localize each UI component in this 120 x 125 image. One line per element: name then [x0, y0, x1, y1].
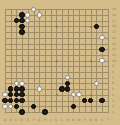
black-stone[interactable]	[14, 92, 19, 97]
black-stone[interactable]	[65, 86, 70, 91]
hoshi-point	[56, 26, 58, 28]
column-label: O	[78, 118, 81, 121]
go-board[interactable]: ABCDEFGHJKLMNOPQRST191817161514131211109…	[0, 0, 120, 125]
hoshi-point	[90, 94, 92, 96]
black-stone[interactable]	[94, 24, 99, 29]
black-stone[interactable]	[19, 29, 24, 34]
black-stone[interactable]	[19, 18, 24, 23]
row-label: 9	[112, 65, 118, 68]
column-label: B	[9, 118, 12, 121]
grid-line-vertical	[108, 9, 109, 113]
black-stone[interactable]	[19, 98, 24, 103]
white-stone[interactable]	[2, 104, 7, 109]
column-label: S	[100, 118, 103, 121]
black-stone[interactable]	[65, 81, 70, 86]
column-label: J	[49, 118, 52, 121]
row-label: 3	[112, 99, 118, 102]
white-stone[interactable]	[76, 92, 81, 97]
row-label: 6	[112, 82, 118, 85]
row-label: 1	[112, 110, 118, 113]
black-stone[interactable]	[2, 98, 7, 103]
white-stone[interactable]	[99, 58, 104, 63]
column-label: G	[38, 118, 41, 121]
column-label: T	[106, 118, 109, 121]
white-stone[interactable]	[2, 92, 7, 97]
grid-line-vertical	[62, 9, 63, 113]
black-stone[interactable]	[99, 47, 104, 52]
black-stone[interactable]	[88, 98, 93, 103]
white-stone[interactable]	[19, 81, 24, 86]
black-stone[interactable]	[71, 104, 76, 109]
grid-line-vertical	[79, 9, 80, 113]
black-stone[interactable]	[14, 104, 19, 109]
grid-line-horizontal	[5, 106, 109, 107]
column-label: P	[83, 118, 86, 121]
row-label: 11	[112, 53, 118, 56]
row-label: 19	[112, 8, 118, 11]
hoshi-point	[56, 94, 58, 96]
black-stone[interactable]	[59, 86, 64, 91]
row-label: 5	[112, 88, 118, 91]
white-stone[interactable]	[31, 7, 36, 12]
white-stone[interactable]	[94, 81, 99, 86]
hoshi-point	[90, 26, 92, 28]
grid-line-horizontal	[5, 78, 109, 79]
row-label: 17	[112, 19, 118, 22]
column-label: D	[21, 118, 24, 121]
grid-line-vertical	[73, 9, 74, 113]
column-label: F	[32, 118, 35, 121]
white-stone[interactable]	[99, 35, 104, 40]
grid-line-horizontal	[5, 72, 109, 73]
black-stone[interactable]	[19, 92, 24, 97]
column-label: H	[43, 118, 46, 121]
black-stone[interactable]	[19, 109, 24, 114]
black-stone[interactable]	[14, 86, 19, 91]
row-label: 13	[112, 42, 118, 45]
hoshi-point	[90, 60, 92, 62]
black-stone[interactable]	[42, 109, 47, 114]
row-label: 16	[112, 25, 118, 28]
row-label: 18	[112, 14, 118, 17]
row-label: 7	[112, 76, 118, 79]
column-label: Q	[89, 118, 92, 121]
grid-line-vertical	[68, 9, 69, 113]
black-stone[interactable]	[14, 18, 19, 23]
row-label: 10	[112, 59, 118, 62]
black-stone[interactable]	[8, 92, 13, 97]
column-label: M	[66, 118, 69, 121]
black-stone[interactable]	[8, 98, 13, 103]
grid-line-horizontal	[5, 66, 109, 67]
column-label: E	[26, 118, 29, 121]
black-stone[interactable]	[82, 98, 87, 103]
white-stone[interactable]	[8, 104, 13, 109]
column-label: K	[55, 118, 58, 121]
column-label: R	[95, 118, 98, 121]
column-label: A	[4, 118, 7, 121]
column-label: C	[15, 118, 18, 121]
row-label: 14	[112, 36, 118, 39]
black-stone[interactable]	[31, 104, 36, 109]
row-label: 15	[112, 31, 118, 34]
white-stone[interactable]	[37, 12, 42, 17]
white-stone[interactable]	[65, 75, 70, 80]
white-stone[interactable]	[14, 81, 19, 86]
black-stone[interactable]	[19, 86, 24, 91]
white-stone[interactable]	[25, 12, 30, 17]
black-stone[interactable]	[99, 98, 104, 103]
black-stone[interactable]	[8, 86, 13, 91]
black-stone[interactable]	[19, 24, 24, 29]
row-label: 2	[112, 105, 118, 108]
white-stone[interactable]	[25, 18, 30, 23]
column-label: N	[72, 118, 75, 121]
hoshi-point	[22, 60, 24, 62]
white-stone[interactable]	[71, 92, 76, 97]
hoshi-point	[56, 60, 58, 62]
row-label: 8	[112, 71, 118, 74]
row-label: 4	[112, 93, 118, 96]
black-stone[interactable]	[19, 12, 24, 17]
black-stone[interactable]	[14, 98, 19, 103]
row-label: 12	[112, 48, 118, 51]
column-label: L	[61, 118, 64, 121]
white-stone[interactable]	[37, 86, 42, 91]
